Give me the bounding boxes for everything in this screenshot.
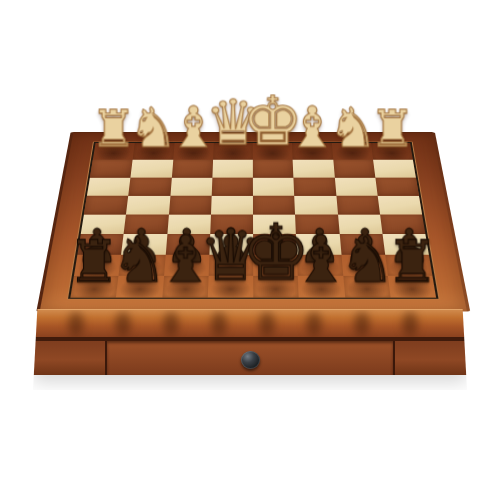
box-front <box>33 309 467 390</box>
black-bishop: ♝ <box>292 227 350 292</box>
box-corner-post-left <box>33 341 107 375</box>
drawer-knob <box>241 351 260 369</box>
square-d7 <box>212 160 253 178</box>
square-g1: ♞ <box>343 276 391 298</box>
box-corner-post-right <box>393 341 467 375</box>
square-c7 <box>171 160 212 178</box>
board-perspective-scene: ♜♞♝♛♚♝♞♜♟♟♟♟♟♟♟♟♜♞♝♛♚♝♞♜ <box>0 0 500 500</box>
square-f1: ♝ <box>298 276 345 298</box>
square-h6 <box>375 177 419 195</box>
square-g4 <box>338 214 383 234</box>
board-rim-front <box>33 309 467 337</box>
square-h3 <box>382 234 429 254</box>
square-c4 <box>167 214 211 234</box>
square-a8: ♜ <box>93 143 135 160</box>
square-d1: ♛ <box>208 276 254 298</box>
square-f3 <box>296 234 341 254</box>
square-d8: ♛ <box>213 143 253 160</box>
board-frame: ♜♞♝♛♚♝♞♜♟♟♟♟♟♟♟♟♜♞♝♛♚♝♞♜ <box>36 132 470 312</box>
black-bishop: ♝ <box>156 227 214 292</box>
square-h4 <box>380 214 426 234</box>
square-g3 <box>339 234 385 254</box>
square-b3 <box>121 234 167 254</box>
square-d5 <box>211 196 253 215</box>
square-e4 <box>253 214 296 234</box>
square-d6 <box>211 177 252 195</box>
square-e2: ♟ <box>253 254 298 275</box>
square-b2: ♟ <box>119 254 165 275</box>
square-a3 <box>77 234 123 254</box>
square-f5 <box>294 196 337 215</box>
square-g5 <box>336 196 380 215</box>
storage-drawer <box>107 341 393 375</box>
square-f4 <box>295 214 339 234</box>
white-knight: ♞ <box>129 100 178 155</box>
square-c1: ♝ <box>162 276 209 298</box>
square-c3 <box>165 234 210 254</box>
square-c6 <box>170 177 212 195</box>
square-d4 <box>210 214 253 234</box>
square-c8: ♝ <box>173 143 214 160</box>
white-bishop: ♝ <box>168 99 219 156</box>
square-h2: ♟ <box>385 254 432 275</box>
square-c2: ♟ <box>164 254 210 275</box>
chess-board: ♜♞♝♛♚♝♞♜♟♟♟♟♟♟♟♟♜♞♝♛♚♝♞♜ <box>68 142 438 298</box>
white-rook: ♜ <box>369 104 415 155</box>
square-g8: ♞ <box>331 143 372 160</box>
square-b6 <box>128 177 171 195</box>
square-c5 <box>168 196 211 215</box>
white-knight: ♞ <box>328 100 377 155</box>
white-rook: ♜ <box>91 104 137 155</box>
square-b5 <box>126 196 170 215</box>
product-photo: ♜♞♝♛♚♝♞♜♟♟♟♟♟♟♟♟♜♞♝♛♚♝♞♜ <box>0 0 500 500</box>
square-f2: ♟ <box>297 254 343 275</box>
square-e8: ♚ <box>253 143 293 160</box>
square-b7 <box>131 160 173 178</box>
square-f6 <box>294 177 336 195</box>
square-g7 <box>333 160 375 178</box>
square-h1: ♜ <box>388 276 437 298</box>
box-face <box>33 341 467 375</box>
square-e5 <box>253 196 295 215</box>
square-f8: ♝ <box>292 143 333 160</box>
square-e3 <box>253 234 297 254</box>
square-a4 <box>81 214 126 234</box>
square-d3 <box>209 234 253 254</box>
square-e1: ♚ <box>253 276 299 298</box>
square-e7 <box>253 160 294 178</box>
box-base-molding <box>33 375 467 391</box>
square-a5 <box>84 196 129 215</box>
square-f7 <box>293 160 335 178</box>
white-bishop: ♝ <box>287 99 338 156</box>
square-d2: ♟ <box>208 254 253 275</box>
square-b4 <box>124 214 169 234</box>
piece-reflections <box>33 310 467 337</box>
square-a1: ♜ <box>70 276 118 298</box>
square-b1: ♞ <box>116 276 163 298</box>
square-a2: ♟ <box>74 254 121 275</box>
square-e6 <box>253 177 295 195</box>
square-b8: ♞ <box>133 143 174 160</box>
square-g2: ♟ <box>341 254 388 275</box>
square-g6 <box>334 177 377 195</box>
square-h7 <box>373 160 416 178</box>
square-a6 <box>87 177 131 195</box>
square-a7 <box>90 160 133 178</box>
square-h5 <box>377 196 422 215</box>
square-h8: ♜ <box>371 143 413 160</box>
